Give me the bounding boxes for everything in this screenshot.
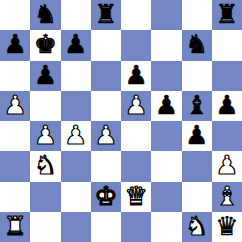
square-f2[interactable] <box>151 182 181 212</box>
square-a4[interactable] <box>0 121 30 151</box>
square-b8[interactable]: ♞ <box>30 0 60 30</box>
square-b5[interactable] <box>30 91 60 121</box>
square-f5[interactable]: ♟ <box>151 91 181 121</box>
square-h8[interactable]: ♜ <box>212 0 242 30</box>
square-f3[interactable] <box>151 151 181 181</box>
square-f4[interactable] <box>151 121 181 151</box>
square-d5[interactable] <box>91 91 121 121</box>
piece-black-pawn-g4[interactable]: ♟ <box>185 122 208 148</box>
square-a6[interactable] <box>0 61 30 91</box>
square-h7[interactable] <box>212 30 242 60</box>
square-e6[interactable]: ♟ <box>121 61 151 91</box>
square-d7[interactable] <box>91 30 121 60</box>
square-h5[interactable]: ♟ <box>212 91 242 121</box>
square-c4[interactable]: ♟ <box>61 121 91 151</box>
piece-white-pawn-c4[interactable]: ♟ <box>64 122 87 148</box>
square-d6[interactable] <box>91 61 121 91</box>
piece-black-pawn-c7[interactable]: ♟ <box>64 31 87 57</box>
square-g6[interactable] <box>182 61 212 91</box>
square-a7[interactable]: ♟ <box>0 30 30 60</box>
square-h4[interactable] <box>212 121 242 151</box>
square-f1[interactable] <box>151 212 181 242</box>
square-b7[interactable]: ♚ <box>30 30 60 60</box>
chess-board: ♞♜♜♟♚♟♞♟♟♟♟♟♝♟♟♟♟♟♞♟♚♛♝♜♞♛ <box>0 0 242 242</box>
piece-black-knight-b8[interactable]: ♞ <box>34 1 57 27</box>
square-d1[interactable] <box>91 212 121 242</box>
square-c6[interactable] <box>61 61 91 91</box>
square-f6[interactable] <box>151 61 181 91</box>
piece-black-pawn-a7[interactable]: ♟ <box>3 31 26 57</box>
square-e8[interactable] <box>121 0 151 30</box>
piece-white-knight-b3[interactable]: ♞ <box>34 152 57 178</box>
square-e4[interactable] <box>121 121 151 151</box>
square-a1[interactable]: ♜ <box>0 212 30 242</box>
square-c1[interactable] <box>61 212 91 242</box>
square-h3[interactable]: ♟ <box>212 151 242 181</box>
square-e7[interactable] <box>121 30 151 60</box>
square-h6[interactable] <box>212 61 242 91</box>
square-d2[interactable]: ♚ <box>91 182 121 212</box>
square-h2[interactable]: ♝ <box>212 182 242 212</box>
square-f8[interactable] <box>151 0 181 30</box>
piece-black-bishop-g5[interactable]: ♝ <box>185 92 208 118</box>
square-b3[interactable]: ♞ <box>30 151 60 181</box>
square-d8[interactable]: ♜ <box>91 0 121 30</box>
piece-white-bishop-h2[interactable]: ♝ <box>215 183 238 209</box>
square-c7[interactable]: ♟ <box>61 30 91 60</box>
square-g4[interactable]: ♟ <box>182 121 212 151</box>
piece-black-king-b7[interactable]: ♚ <box>34 31 57 57</box>
piece-black-rook-h8[interactable]: ♜ <box>215 1 238 27</box>
square-e3[interactable] <box>121 151 151 181</box>
piece-white-pawn-h3[interactable]: ♟ <box>215 152 238 178</box>
piece-black-pawn-h5[interactable]: ♟ <box>215 92 238 118</box>
square-a5[interactable]: ♟ <box>0 91 30 121</box>
piece-white-pawn-b4[interactable]: ♟ <box>34 122 57 148</box>
square-g5[interactable]: ♝ <box>182 91 212 121</box>
piece-white-knight-g1[interactable]: ♞ <box>185 213 208 239</box>
square-e5[interactable]: ♟ <box>121 91 151 121</box>
piece-black-queen-h1[interactable]: ♛ <box>215 213 238 239</box>
square-c2[interactable] <box>61 182 91 212</box>
chess-board-container: ♞♜♜♟♚♟♞♟♟♟♟♟♝♟♟♟♟♟♞♟♚♛♝♜♞♛ <box>0 0 242 242</box>
square-b4[interactable]: ♟ <box>30 121 60 151</box>
square-a3[interactable] <box>0 151 30 181</box>
square-g2[interactable] <box>182 182 212 212</box>
square-g1[interactable]: ♞ <box>182 212 212 242</box>
square-b1[interactable] <box>30 212 60 242</box>
piece-black-pawn-b6[interactable]: ♟ <box>34 62 57 88</box>
square-a2[interactable] <box>0 182 30 212</box>
piece-white-pawn-a5[interactable]: ♟ <box>3 92 26 118</box>
piece-white-queen-e2[interactable]: ♛ <box>124 183 147 209</box>
piece-white-pawn-e5[interactable]: ♟ <box>124 92 147 118</box>
square-c5[interactable] <box>61 91 91 121</box>
square-b2[interactable] <box>30 182 60 212</box>
square-h1[interactable]: ♛ <box>212 212 242 242</box>
square-g3[interactable] <box>182 151 212 181</box>
square-g8[interactable] <box>182 0 212 30</box>
piece-black-knight-g7[interactable]: ♞ <box>185 31 208 57</box>
piece-black-rook-d8[interactable]: ♜ <box>94 1 117 27</box>
piece-white-rook-a1[interactable]: ♜ <box>3 213 26 239</box>
square-c8[interactable] <box>61 0 91 30</box>
piece-black-pawn-e6[interactable]: ♟ <box>124 62 147 88</box>
square-c3[interactable] <box>61 151 91 181</box>
square-e2[interactable]: ♛ <box>121 182 151 212</box>
square-b6[interactable]: ♟ <box>30 61 60 91</box>
square-a8[interactable] <box>0 0 30 30</box>
square-d3[interactable] <box>91 151 121 181</box>
piece-black-pawn-f5[interactable]: ♟ <box>155 92 178 118</box>
piece-white-pawn-d4[interactable]: ♟ <box>94 122 117 148</box>
square-f7[interactable] <box>151 30 181 60</box>
square-g7[interactable]: ♞ <box>182 30 212 60</box>
square-d4[interactable]: ♟ <box>91 121 121 151</box>
square-e1[interactable] <box>121 212 151 242</box>
piece-white-king-d2[interactable]: ♚ <box>94 183 117 209</box>
